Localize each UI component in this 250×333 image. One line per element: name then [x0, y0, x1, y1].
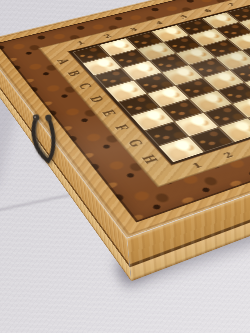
photo-background: ABCDEFGH 87654321 87654321 [0, 0, 250, 333]
